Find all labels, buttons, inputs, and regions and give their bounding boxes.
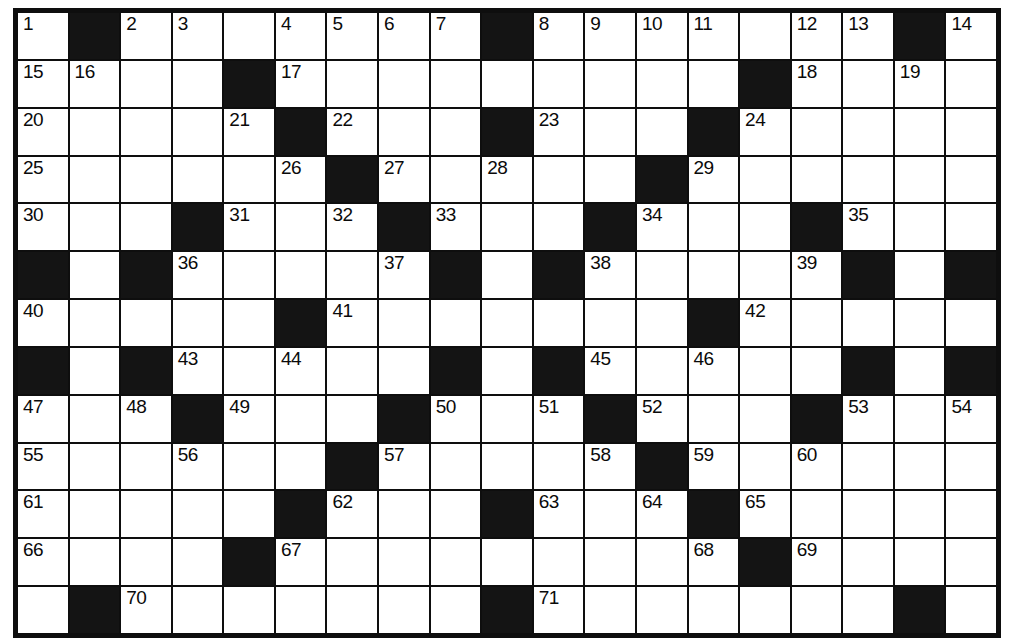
clue-number-52: 52 xyxy=(642,397,662,417)
letter-cell-r2c10[interactable] xyxy=(482,61,532,107)
block-cell-r9c4 xyxy=(173,396,223,442)
letter-cell-r1c14[interactable]: 11 xyxy=(689,13,739,59)
letter-cell-r9c1[interactable]: 47 xyxy=(18,396,68,442)
letter-cell-r1c16[interactable]: 12 xyxy=(792,13,842,59)
block-cell-r8c19 xyxy=(946,348,996,394)
letter-cell-r2c17[interactable] xyxy=(843,61,893,107)
letter-cell-r7c2[interactable] xyxy=(70,300,120,346)
letter-cell-r12c18[interactable] xyxy=(895,539,945,585)
letter-cell-r10c1[interactable]: 55 xyxy=(18,444,68,490)
letter-cell-r4c2[interactable] xyxy=(70,157,120,203)
letter-cell-r3c3[interactable] xyxy=(121,109,171,155)
letter-cell-r7c5[interactable] xyxy=(224,300,274,346)
block-cell-r5c12 xyxy=(585,204,635,250)
letter-cell-r2c18[interactable]: 19 xyxy=(895,61,945,107)
letter-cell-r12c17[interactable] xyxy=(843,539,893,585)
letter-cell-r1c7[interactable]: 5 xyxy=(327,13,377,59)
letter-cell-r11c2[interactable] xyxy=(70,491,120,537)
clue-number-16: 16 xyxy=(75,62,95,82)
letter-cell-r10c12[interactable]: 58 xyxy=(585,444,635,490)
letter-cell-r6c15[interactable] xyxy=(740,252,790,298)
clue-number-21: 21 xyxy=(229,110,249,130)
letter-cell-r9c11[interactable]: 51 xyxy=(534,396,584,442)
letter-cell-r13c16[interactable] xyxy=(792,587,842,633)
letter-cell-r6c16[interactable]: 39 xyxy=(792,252,842,298)
block-cell-r11c6 xyxy=(276,491,326,537)
block-cell-r1c2 xyxy=(70,13,120,59)
clue-number-43: 43 xyxy=(178,349,198,369)
letter-cell-r4c14[interactable]: 29 xyxy=(689,157,739,203)
letter-cell-r9c6[interactable] xyxy=(276,396,326,442)
letter-cell-r9c7[interactable] xyxy=(327,396,377,442)
clue-number-17: 17 xyxy=(281,62,301,82)
letter-cell-r7c11[interactable] xyxy=(534,300,584,346)
letter-cell-r4c11[interactable] xyxy=(534,157,584,203)
block-cell-r11c14 xyxy=(689,491,739,537)
letter-cell-r11c11[interactable]: 63 xyxy=(534,491,584,537)
clue-number-11: 11 xyxy=(694,14,713,34)
letter-cell-r6c10[interactable] xyxy=(482,252,532,298)
clue-number-40: 40 xyxy=(23,301,43,321)
block-cell-r12c15 xyxy=(740,539,790,585)
clue-number-69: 69 xyxy=(797,540,817,560)
letter-cell-r8c16[interactable] xyxy=(792,348,842,394)
letter-cell-r4c6[interactable]: 26 xyxy=(276,157,326,203)
letter-cell-r12c3[interactable] xyxy=(121,539,171,585)
letter-cell-r9c17[interactable]: 53 xyxy=(843,396,893,442)
clue-number-23: 23 xyxy=(539,110,559,130)
block-cell-r9c16 xyxy=(792,396,842,442)
letter-cell-r4c1[interactable]: 25 xyxy=(18,157,68,203)
clue-number-20: 20 xyxy=(23,110,43,130)
clue-number-66: 66 xyxy=(23,540,43,560)
block-cell-r1c18 xyxy=(895,13,945,59)
clue-number-61: 61 xyxy=(23,492,43,512)
clue-number-48: 48 xyxy=(126,397,146,417)
letter-cell-r6c5[interactable] xyxy=(224,252,274,298)
letter-cell-r6c8[interactable]: 37 xyxy=(379,252,429,298)
letter-cell-r10c6[interactable] xyxy=(276,444,326,490)
letter-cell-r2c8[interactable] xyxy=(379,61,429,107)
letter-cell-r3c8[interactable] xyxy=(379,109,429,155)
clue-number-7: 7 xyxy=(436,14,446,34)
letter-cell-r2c3[interactable] xyxy=(121,61,171,107)
clue-number-18: 18 xyxy=(797,62,817,82)
letter-cell-r3c11[interactable]: 23 xyxy=(534,109,584,155)
clue-number-59: 59 xyxy=(694,445,714,465)
letter-cell-r1c17[interactable]: 13 xyxy=(843,13,893,59)
letter-cell-r9c14[interactable] xyxy=(689,396,739,442)
letter-cell-r8c12[interactable]: 45 xyxy=(585,348,635,394)
block-cell-r4c13 xyxy=(637,157,687,203)
letter-cell-r7c16[interactable] xyxy=(792,300,842,346)
letter-cell-r6c7[interactable] xyxy=(327,252,377,298)
letter-cell-r1c12[interactable]: 9 xyxy=(585,13,635,59)
letter-cell-r11c19[interactable] xyxy=(946,491,996,537)
clue-number-68: 68 xyxy=(694,540,714,560)
letter-cell-r13c4[interactable] xyxy=(173,587,223,633)
letter-cell-r7c18[interactable] xyxy=(895,300,945,346)
letter-cell-r11c18[interactable] xyxy=(895,491,945,537)
letter-cell-r7c15[interactable]: 42 xyxy=(740,300,790,346)
letter-cell-r8c4[interactable]: 43 xyxy=(173,348,223,394)
letter-cell-r3c13[interactable] xyxy=(637,109,687,155)
letter-cell-r3c2[interactable] xyxy=(70,109,120,155)
letter-cell-r8c5[interactable] xyxy=(224,348,274,394)
block-cell-r8c17 xyxy=(843,348,893,394)
block-cell-r3c10 xyxy=(482,109,532,155)
letter-cell-r10c3[interactable] xyxy=(121,444,171,490)
clue-number-46: 46 xyxy=(694,349,714,369)
letter-cell-r7c17[interactable] xyxy=(843,300,893,346)
letter-cell-r2c12[interactable] xyxy=(585,61,635,107)
letter-cell-r2c13[interactable] xyxy=(637,61,687,107)
letter-cell-r5c2[interactable] xyxy=(70,204,120,250)
block-cell-r10c13 xyxy=(637,444,687,490)
letter-cell-r5c18[interactable] xyxy=(895,204,945,250)
letter-cell-r9c15[interactable] xyxy=(740,396,790,442)
clue-number-25: 25 xyxy=(23,158,43,178)
clue-number-35: 35 xyxy=(848,205,868,225)
letter-cell-r9c5[interactable]: 49 xyxy=(224,396,274,442)
letter-cell-r11c1[interactable]: 61 xyxy=(18,491,68,537)
clue-number-51: 51 xyxy=(539,397,559,417)
letter-cell-r9c3[interactable]: 48 xyxy=(121,396,171,442)
block-cell-r13c2 xyxy=(70,587,120,633)
clue-number-54: 54 xyxy=(951,397,971,417)
clue-number-71: 71 xyxy=(539,588,559,608)
letter-cell-r3c17[interactable] xyxy=(843,109,893,155)
letter-cell-r1c1[interactable]: 1 xyxy=(18,13,68,59)
clue-number-26: 26 xyxy=(281,158,301,178)
clue-number-1: 1 xyxy=(23,14,33,34)
block-cell-r5c8 xyxy=(379,204,429,250)
letter-cell-r7c3[interactable] xyxy=(121,300,171,346)
letter-cell-r11c8[interactable] xyxy=(379,491,429,537)
letter-cell-r6c14[interactable] xyxy=(689,252,739,298)
letter-cell-r4c9[interactable] xyxy=(431,157,481,203)
letter-cell-r12c19[interactable] xyxy=(946,539,996,585)
letter-cell-r13c11[interactable]: 71 xyxy=(534,587,584,633)
letter-cell-r2c16[interactable]: 18 xyxy=(792,61,842,107)
letter-cell-r7c10[interactable] xyxy=(482,300,532,346)
block-cell-r10c7 xyxy=(327,444,377,490)
letter-cell-r1c3[interactable]: 2 xyxy=(121,13,171,59)
letter-cell-r2c2[interactable]: 16 xyxy=(70,61,120,107)
letter-cell-r3c4[interactable] xyxy=(173,109,223,155)
letter-cell-r10c4[interactable]: 56 xyxy=(173,444,223,490)
letter-cell-r4c17[interactable] xyxy=(843,157,893,203)
letter-cell-r6c12[interactable]: 38 xyxy=(585,252,635,298)
letter-cell-r8c13[interactable] xyxy=(637,348,687,394)
letter-cell-r11c7[interactable]: 62 xyxy=(327,491,377,537)
letter-cell-r5c9[interactable]: 33 xyxy=(431,204,481,250)
clue-number-47: 47 xyxy=(23,397,43,417)
clue-number-4: 4 xyxy=(281,14,291,34)
block-cell-r9c12 xyxy=(585,396,635,442)
letter-cell-r10c2[interactable] xyxy=(70,444,120,490)
letter-cell-r4c5[interactable] xyxy=(224,157,274,203)
letter-cell-r8c18[interactable] xyxy=(895,348,945,394)
block-cell-r6c3 xyxy=(121,252,171,298)
letter-cell-r11c12[interactable] xyxy=(585,491,635,537)
block-cell-r9c8 xyxy=(379,396,429,442)
clue-number-55: 55 xyxy=(23,445,43,465)
letter-cell-r10c17[interactable] xyxy=(843,444,893,490)
letter-cell-r11c16[interactable] xyxy=(792,491,842,537)
letter-cell-r7c19[interactable] xyxy=(946,300,996,346)
letter-cell-r2c6[interactable]: 17 xyxy=(276,61,326,107)
block-cell-r7c14 xyxy=(689,300,739,346)
letter-cell-r4c4[interactable] xyxy=(173,157,223,203)
clue-number-36: 36 xyxy=(178,253,198,273)
letter-cell-r11c15[interactable]: 65 xyxy=(740,491,790,537)
clue-number-37: 37 xyxy=(384,253,404,273)
letter-cell-r9c2[interactable] xyxy=(70,396,120,442)
clue-number-42: 42 xyxy=(745,301,765,321)
letter-cell-r7c13[interactable] xyxy=(637,300,687,346)
letter-cell-r10c8[interactable]: 57 xyxy=(379,444,429,490)
letter-cell-r2c9[interactable] xyxy=(431,61,481,107)
letter-cell-r3c15[interactable]: 24 xyxy=(740,109,790,155)
letter-cell-r13c19[interactable] xyxy=(946,587,996,633)
letter-cell-r2c11[interactable] xyxy=(534,61,584,107)
letter-cell-r2c19[interactable] xyxy=(946,61,996,107)
clue-number-44: 44 xyxy=(281,349,301,369)
letter-cell-r10c10[interactable] xyxy=(482,444,532,490)
letter-cell-r5c19[interactable] xyxy=(946,204,996,250)
letter-cell-r5c5[interactable]: 31 xyxy=(224,204,274,250)
letter-cell-r7c12[interactable] xyxy=(585,300,635,346)
letter-cell-r8c15[interactable] xyxy=(740,348,790,394)
clue-number-70: 70 xyxy=(126,588,146,608)
letter-cell-r3c12[interactable] xyxy=(585,109,635,155)
letter-cell-r9c13[interactable]: 52 xyxy=(637,396,687,442)
letter-cell-r12c8[interactable] xyxy=(379,539,429,585)
letter-cell-r6c2[interactable] xyxy=(70,252,120,298)
letter-cell-r4c16[interactable] xyxy=(792,157,842,203)
letter-cell-r13c13[interactable] xyxy=(637,587,687,633)
letter-cell-r2c7[interactable] xyxy=(327,61,377,107)
letter-cell-r10c15[interactable] xyxy=(740,444,790,490)
block-cell-r8c9 xyxy=(431,348,481,394)
clue-number-41: 41 xyxy=(332,301,352,321)
letter-cell-r12c11[interactable] xyxy=(534,539,584,585)
letter-cell-r13c3[interactable]: 70 xyxy=(121,587,171,633)
clue-number-8: 8 xyxy=(539,14,549,34)
letter-cell-r1c8[interactable]: 6 xyxy=(379,13,429,59)
letter-cell-r3c1[interactable]: 20 xyxy=(18,109,68,155)
letter-cell-r9c9[interactable]: 50 xyxy=(431,396,481,442)
block-cell-r8c1 xyxy=(18,348,68,394)
letter-cell-r9c18[interactable] xyxy=(895,396,945,442)
letter-cell-r1c9[interactable]: 7 xyxy=(431,13,481,59)
clue-number-9: 9 xyxy=(590,14,600,34)
letter-cell-r10c5[interactable] xyxy=(224,444,274,490)
block-cell-r12c5 xyxy=(224,539,274,585)
clue-number-19: 19 xyxy=(900,62,920,82)
letter-cell-r10c19[interactable] xyxy=(946,444,996,490)
letter-cell-r3c18[interactable] xyxy=(895,109,945,155)
clue-number-39: 39 xyxy=(797,253,817,273)
letter-cell-r8c6[interactable]: 44 xyxy=(276,348,326,394)
letter-cell-r7c1[interactable]: 40 xyxy=(18,300,68,346)
letter-cell-r7c9[interactable] xyxy=(431,300,481,346)
clue-number-22: 22 xyxy=(332,110,352,130)
letter-cell-r1c11[interactable]: 8 xyxy=(534,13,584,59)
letter-cell-r4c10[interactable]: 28 xyxy=(482,157,532,203)
letter-cell-r11c9[interactable] xyxy=(431,491,481,537)
letter-cell-r3c7[interactable]: 22 xyxy=(327,109,377,155)
letter-cell-r1c5[interactable] xyxy=(224,13,274,59)
letter-cell-r5c13[interactable]: 34 xyxy=(637,204,687,250)
letter-cell-r5c6[interactable] xyxy=(276,204,326,250)
clue-number-2: 2 xyxy=(126,14,136,34)
clue-number-67: 67 xyxy=(281,540,301,560)
letter-cell-r12c4[interactable] xyxy=(173,539,223,585)
letter-cell-r12c6[interactable]: 67 xyxy=(276,539,326,585)
letter-cell-r3c16[interactable] xyxy=(792,109,842,155)
letter-cell-r5c3[interactable] xyxy=(121,204,171,250)
letter-cell-r1c15[interactable] xyxy=(740,13,790,59)
clue-number-28: 28 xyxy=(487,158,507,178)
letter-cell-r12c2[interactable] xyxy=(70,539,120,585)
letter-cell-r8c10[interactable] xyxy=(482,348,532,394)
clue-number-58: 58 xyxy=(590,445,610,465)
block-cell-r4c7 xyxy=(327,157,377,203)
letter-cell-r4c18[interactable] xyxy=(895,157,945,203)
letter-cell-r2c4[interactable] xyxy=(173,61,223,107)
block-cell-r6c9 xyxy=(431,252,481,298)
letter-cell-r1c4[interactable]: 3 xyxy=(173,13,223,59)
block-cell-r6c1 xyxy=(18,252,68,298)
block-cell-r6c11 xyxy=(534,252,584,298)
letter-cell-r11c3[interactable] xyxy=(121,491,171,537)
letter-cell-r10c18[interactable] xyxy=(895,444,945,490)
letter-cell-r8c8[interactable] xyxy=(379,348,429,394)
clue-number-30: 30 xyxy=(23,205,43,225)
letter-cell-r13c14[interactable] xyxy=(689,587,739,633)
block-cell-r3c14 xyxy=(689,109,739,155)
letter-cell-r13c15[interactable] xyxy=(740,587,790,633)
clue-number-56: 56 xyxy=(178,445,198,465)
letter-cell-r11c5[interactable] xyxy=(224,491,274,537)
letter-cell-r10c9[interactable] xyxy=(431,444,481,490)
letter-cell-r11c17[interactable] xyxy=(843,491,893,537)
letter-cell-r4c8[interactable]: 27 xyxy=(379,157,429,203)
letter-cell-r13c1[interactable] xyxy=(18,587,68,633)
letter-cell-r11c4[interactable] xyxy=(173,491,223,537)
block-cell-r7c6 xyxy=(276,300,326,346)
letter-cell-r9c10[interactable] xyxy=(482,396,532,442)
letter-cell-r3c5[interactable]: 21 xyxy=(224,109,274,155)
letter-cell-r6c6[interactable] xyxy=(276,252,326,298)
clue-number-45: 45 xyxy=(590,349,610,369)
letter-cell-r7c4[interactable] xyxy=(173,300,223,346)
clue-number-65: 65 xyxy=(745,492,765,512)
letter-cell-r7c8[interactable] xyxy=(379,300,429,346)
letter-cell-r1c19[interactable]: 14 xyxy=(946,13,996,59)
block-cell-r6c19 xyxy=(946,252,996,298)
clue-number-63: 63 xyxy=(539,492,559,512)
letter-cell-r4c19[interactable] xyxy=(946,157,996,203)
clue-number-62: 62 xyxy=(332,492,352,512)
block-cell-r2c5 xyxy=(224,61,274,107)
letter-cell-r9c19[interactable]: 54 xyxy=(946,396,996,442)
letter-cell-r10c11[interactable] xyxy=(534,444,584,490)
letter-cell-r12c14[interactable]: 68 xyxy=(689,539,739,585)
clue-number-32: 32 xyxy=(332,205,352,225)
clue-number-33: 33 xyxy=(436,205,456,225)
letter-cell-r10c16[interactable]: 60 xyxy=(792,444,842,490)
letter-cell-r13c17[interactable] xyxy=(843,587,893,633)
block-cell-r13c10 xyxy=(482,587,532,633)
clue-number-49: 49 xyxy=(229,397,249,417)
block-cell-r6c17 xyxy=(843,252,893,298)
letter-cell-r5c17[interactable]: 35 xyxy=(843,204,893,250)
letter-cell-r2c1[interactable]: 15 xyxy=(18,61,68,107)
letter-cell-r3c19[interactable] xyxy=(946,109,996,155)
letter-cell-r13c6[interactable] xyxy=(276,587,326,633)
clue-number-50: 50 xyxy=(436,397,456,417)
letter-cell-r13c12[interactable] xyxy=(585,587,635,633)
letter-cell-r12c7[interactable] xyxy=(327,539,377,585)
letter-cell-r12c9[interactable] xyxy=(431,539,481,585)
letter-cell-r1c13[interactable]: 10 xyxy=(637,13,687,59)
crossword-board: 1234567891011121314151617181920212223242… xyxy=(13,8,1001,638)
letter-cell-r5c7[interactable]: 32 xyxy=(327,204,377,250)
letter-cell-r5c14[interactable] xyxy=(689,204,739,250)
letter-cell-r10c14[interactable]: 59 xyxy=(689,444,739,490)
crossword-page: 1234567891011121314151617181920212223242… xyxy=(0,0,1024,644)
letter-cell-r5c10[interactable] xyxy=(482,204,532,250)
letter-cell-r11c13[interactable]: 64 xyxy=(637,491,687,537)
clue-number-6: 6 xyxy=(384,14,394,34)
letter-cell-r13c5[interactable] xyxy=(224,587,274,633)
letter-cell-r4c15[interactable] xyxy=(740,157,790,203)
block-cell-r13c18 xyxy=(895,587,945,633)
clue-number-3: 3 xyxy=(178,14,188,34)
clue-number-57: 57 xyxy=(384,445,404,465)
block-cell-r5c16 xyxy=(792,204,842,250)
letter-cell-r13c9[interactable] xyxy=(431,587,481,633)
letter-cell-r12c16[interactable]: 69 xyxy=(792,539,842,585)
letter-cell-r7c7[interactable]: 41 xyxy=(327,300,377,346)
letter-cell-r1c6[interactable]: 4 xyxy=(276,13,326,59)
letter-cell-r3c9[interactable] xyxy=(431,109,481,155)
clue-number-5: 5 xyxy=(332,14,342,34)
letter-cell-r5c15[interactable] xyxy=(740,204,790,250)
clue-number-31: 31 xyxy=(229,205,249,225)
letter-cell-r12c1[interactable]: 66 xyxy=(18,539,68,585)
letter-cell-r6c18[interactable] xyxy=(895,252,945,298)
letter-cell-r12c13[interactable] xyxy=(637,539,687,585)
letter-cell-r8c14[interactable]: 46 xyxy=(689,348,739,394)
letter-cell-r12c10[interactable] xyxy=(482,539,532,585)
letter-cell-r8c7[interactable] xyxy=(327,348,377,394)
letter-cell-r13c8[interactable] xyxy=(379,587,429,633)
letter-cell-r5c11[interactable] xyxy=(534,204,584,250)
letter-cell-r5c1[interactable]: 30 xyxy=(18,204,68,250)
letter-cell-r6c4[interactable]: 36 xyxy=(173,252,223,298)
letter-cell-r2c14[interactable] xyxy=(689,61,739,107)
letter-cell-r4c3[interactable] xyxy=(121,157,171,203)
letter-cell-r12c12[interactable] xyxy=(585,539,635,585)
letter-cell-r8c2[interactable] xyxy=(70,348,120,394)
letter-cell-r6c13[interactable] xyxy=(637,252,687,298)
letter-cell-r4c12[interactable] xyxy=(585,157,635,203)
letter-cell-r13c7[interactable] xyxy=(327,587,377,633)
